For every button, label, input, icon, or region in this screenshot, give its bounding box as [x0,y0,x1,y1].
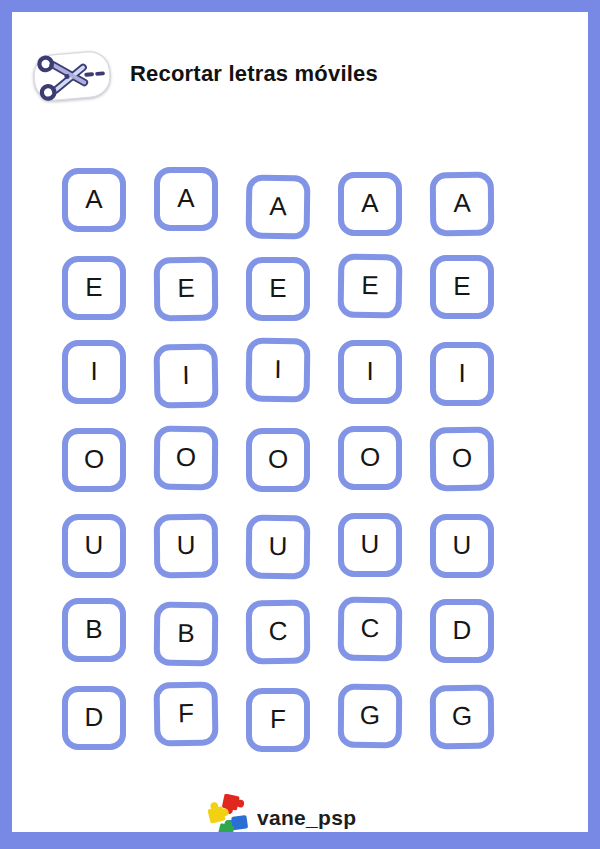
tile-letter: F [270,706,286,735]
letter-tile: D [430,599,494,663]
tile-letter: G [452,702,472,731]
tile-letter: O [84,446,104,475]
tile-letter: E [269,275,286,304]
footer-brand: vane_psp [208,794,356,842]
tile-letter: C [268,617,287,646]
tile-letter: A [85,186,102,215]
letter-tile: U [246,515,311,580]
letter-tile-grid: A A A A A E E E E E I I I I I O O O O O … [62,170,494,750]
tile-letter: D [453,617,472,646]
letter-tile: U [430,514,494,578]
letter-tile: I [62,340,126,404]
letter-tile: E [154,257,219,322]
letter-tile: F [246,688,310,752]
tile-letter: I [182,361,190,390]
tile-letter: O [452,444,472,473]
tile-letter: C [360,614,379,643]
letter-tile: E [246,257,310,321]
letter-tile: O [338,426,402,490]
header: Recortar letras móviles [12,12,588,122]
letter-tile: U [62,514,126,578]
tile-letter: O [360,444,380,473]
worksheet-page: Recortar letras móviles A A A A A E E E … [0,0,600,849]
letter-tile: G [338,684,403,749]
tile-letter: U [361,531,380,560]
letter-tile: A [62,168,126,232]
tile-letter: A [453,189,471,218]
tile-letter: U [176,531,195,560]
tile-letter: A [177,185,194,214]
tile-letter: D [85,704,104,733]
scissors-icon [30,44,114,108]
tile-letter: I [458,360,465,389]
letter-tile: E [62,256,126,320]
tile-letter: E [453,273,470,302]
tile-letter: B [177,619,195,648]
tile-letter: O [176,443,196,472]
letter-tile: O [154,426,219,491]
tile-letter: A [361,190,378,219]
letter-tile: U [338,513,402,577]
letter-tile: A [246,175,311,240]
letter-tile: O [246,428,310,492]
tile-letter: A [269,192,287,221]
letter-tile: E [338,254,403,319]
letter-tile: I [338,340,402,404]
letter-tile: E [430,255,494,319]
letter-tile: C [246,600,311,665]
letter-tile: A [338,172,402,236]
tile-letter: I [274,355,282,384]
tile-letter: G [360,701,380,730]
letter-tile: F [153,681,218,746]
letter-tile: A [430,172,495,237]
tile-letter: U [268,532,287,561]
tile-letter: I [90,358,97,387]
tile-letter: U [453,532,472,561]
page-title: Recortar letras móviles [130,61,378,87]
letter-tile: I [153,343,218,408]
letter-tile: B [154,602,219,667]
tile-letter: E [361,271,379,300]
tile-letter: F [178,699,194,728]
letter-tile: D [62,686,126,750]
tile-letter: I [366,358,373,387]
letter-tile: I [246,338,311,403]
letter-tile: G [430,685,495,750]
tile-letter: E [177,274,195,303]
letter-tile: I [430,342,494,406]
letter-tile: O [62,428,126,492]
brand-text: vane_psp [257,806,356,830]
letter-tile: U [154,514,219,579]
tile-letter: B [85,616,102,645]
tile-letter: O [268,446,288,475]
puzzle-pieces-icon [208,794,254,842]
tile-letter: E [85,274,102,303]
tile-letter: U [85,532,104,561]
letter-tile: A [154,167,218,231]
letter-tile: O [430,427,495,492]
letter-tile: C [338,597,403,662]
letter-tile: B [62,598,126,662]
